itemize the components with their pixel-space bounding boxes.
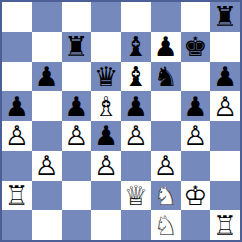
square-b5[interactable] [32,91,62,121]
square-g4[interactable]: ♟♙ [181,121,211,151]
square-a7[interactable] [2,32,32,62]
piece-black-bishop: ♝ [121,62,151,92]
square-a4[interactable]: ♟♙ [2,121,32,151]
chess-board-wrapper: ♜♜♝♟♚♟♛♝♞♟♟♟♝♗♟♟♟♙♟♙♟♙♟♟♙♟♙♟♙♟♙♟♙♜♖♛♕♞♘♚… [0,0,242,242]
square-f2[interactable]: ♞♘ [151,181,181,211]
piece-outline-layer: ♙ [121,121,151,151]
square-g6[interactable] [181,62,211,92]
square-b7[interactable] [32,32,62,62]
piece-outline-layer: ♘ [151,210,181,240]
square-g2[interactable]: ♚♔ [181,181,211,211]
piece-black-pawn: ♟ [32,62,62,92]
square-c5[interactable]: ♟ [62,91,92,121]
piece-white-rook: ♜♖ [210,210,240,240]
piece-outline-layer: ♕ [121,181,151,211]
square-e2[interactable]: ♛♕ [121,181,151,211]
piece-outline-layer: ♙ [62,121,92,151]
square-c2[interactable] [62,181,92,211]
piece-black-pawn: ♟ [121,91,151,121]
square-b8[interactable] [32,2,62,32]
square-c7[interactable]: ♜ [62,32,92,62]
piece-white-pawn: ♟♙ [32,151,62,181]
square-h6[interactable]: ♟ [210,62,240,92]
square-c8[interactable] [62,2,92,32]
square-f1[interactable]: ♞♘ [151,210,181,240]
piece-white-pawn: ♟♙ [121,121,151,151]
square-c1[interactable] [62,210,92,240]
square-b1[interactable] [32,210,62,240]
piece-outline-layer: ♖ [2,181,32,211]
piece-outline-layer: ♖ [210,210,240,240]
square-h8[interactable]: ♜ [210,2,240,32]
square-b6[interactable]: ♟ [32,62,62,92]
piece-outline-layer: ♙ [181,121,211,151]
piece-white-king: ♚♔ [181,181,211,211]
square-f3[interactable]: ♟♙ [151,151,181,181]
square-e8[interactable] [121,2,151,32]
piece-black-pawn: ♟ [91,121,121,151]
square-c4[interactable]: ♟♙ [62,121,92,151]
piece-white-pawn: ♟♙ [151,151,181,181]
piece-outline-layer: ♙ [91,151,121,181]
piece-white-pawn: ♟♙ [62,121,92,151]
square-d5[interactable]: ♝♗ [91,91,121,121]
square-c6[interactable] [62,62,92,92]
piece-black-bishop: ♝ [121,32,151,62]
piece-white-pawn: ♟♙ [91,151,121,181]
piece-white-pawn: ♟♙ [2,121,32,151]
piece-black-rook: ♜ [62,32,92,62]
square-f5[interactable] [151,91,181,121]
square-a1[interactable] [2,210,32,240]
piece-black-pawn: ♟ [62,91,92,121]
square-h1[interactable]: ♜♖ [210,210,240,240]
square-d1[interactable] [91,210,121,240]
piece-white-pawn: ♟♙ [181,121,211,151]
piece-black-queen: ♛ [91,62,121,92]
square-h5[interactable]: ♟♙ [210,91,240,121]
square-d4[interactable]: ♟ [91,121,121,151]
piece-white-rook: ♜♖ [2,181,32,211]
square-a3[interactable] [2,151,32,181]
square-g1[interactable] [181,210,211,240]
square-g3[interactable] [181,151,211,181]
square-b4[interactable] [32,121,62,151]
square-e5[interactable]: ♟ [121,91,151,121]
piece-outline-layer: ♘ [151,181,181,211]
piece-black-king: ♚ [181,32,211,62]
piece-white-bishop: ♝♗ [91,91,121,121]
square-d3[interactable]: ♟♙ [91,151,121,181]
piece-outline-layer: ♔ [181,181,211,211]
piece-white-knight: ♞♘ [151,181,181,211]
piece-black-pawn: ♟ [151,32,181,62]
square-b2[interactable] [32,181,62,211]
square-e6[interactable]: ♝ [121,62,151,92]
square-d7[interactable] [91,32,121,62]
square-a5[interactable]: ♟ [2,91,32,121]
square-c3[interactable] [62,151,92,181]
square-h4[interactable] [210,121,240,151]
square-d8[interactable] [91,2,121,32]
square-f8[interactable] [151,2,181,32]
piece-black-pawn: ♟ [210,62,240,92]
square-a8[interactable] [2,2,32,32]
square-d6[interactable]: ♛ [91,62,121,92]
square-e1[interactable] [121,210,151,240]
piece-outline-layer: ♗ [91,91,121,121]
piece-white-pawn: ♟♙ [210,91,240,121]
square-h3[interactable] [210,151,240,181]
square-e7[interactable]: ♝ [121,32,151,62]
piece-outline-layer: ♙ [210,91,240,121]
square-g8[interactable] [181,2,211,32]
square-e4[interactable]: ♟♙ [121,121,151,151]
piece-white-knight: ♞♘ [151,210,181,240]
piece-white-queen: ♛♕ [121,181,151,211]
square-f7[interactable]: ♟ [151,32,181,62]
piece-black-knight: ♞ [151,62,181,92]
chess-board: ♜♜♝♟♚♟♛♝♞♟♟♟♝♗♟♟♟♙♟♙♟♙♟♟♙♟♙♟♙♟♙♟♙♜♖♛♕♞♘♚… [0,0,242,242]
square-h2[interactable] [210,181,240,211]
piece-black-pawn: ♟ [181,91,211,121]
square-d2[interactable] [91,181,121,211]
square-h7[interactable] [210,32,240,62]
piece-outline-layer: ♙ [32,151,62,181]
piece-black-pawn: ♟ [2,91,32,121]
square-a6[interactable] [2,62,32,92]
square-f4[interactable] [151,121,181,151]
square-a2[interactable]: ♜♖ [2,181,32,211]
square-f6[interactable]: ♞ [151,62,181,92]
piece-black-rook: ♜ [210,2,240,32]
square-b3[interactable]: ♟♙ [32,151,62,181]
piece-outline-layer: ♙ [151,151,181,181]
square-g5[interactable]: ♟ [181,91,211,121]
square-g7[interactable]: ♚ [181,32,211,62]
piece-outline-layer: ♙ [2,121,32,151]
square-e3[interactable] [121,151,151,181]
